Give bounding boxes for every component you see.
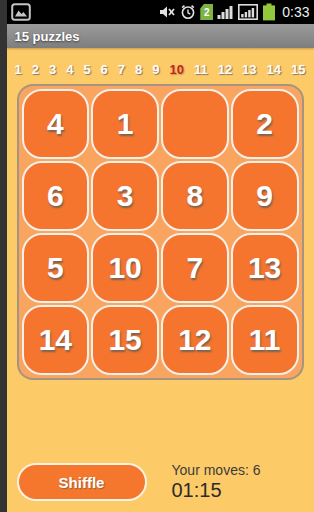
target-number-11: 11	[194, 62, 208, 77]
tile-8[interactable]: 8	[161, 161, 229, 231]
target-number-10: 10	[169, 62, 183, 77]
tile-15[interactable]: 15	[91, 305, 159, 375]
screenshot-icon	[11, 3, 31, 21]
tile-6[interactable]: 6	[22, 161, 90, 231]
tile-9[interactable]: 9	[231, 161, 299, 231]
title-bar: 15 puzzles	[7, 24, 314, 48]
target-number-6: 6	[101, 62, 108, 77]
target-number-13: 13	[242, 62, 256, 77]
phone-screen: 2 0:33 15 puzzles 123456789101112131415 …	[7, 0, 314, 512]
signal-sim2-icon	[238, 4, 258, 20]
tile-11[interactable]: 11	[231, 305, 299, 375]
target-number-7: 7	[118, 62, 125, 77]
tile-7[interactable]: 7	[161, 233, 229, 303]
shuffle-button[interactable]: Shiffle	[17, 463, 147, 501]
moves-counter: Your moves: 6	[172, 462, 261, 478]
target-number-2: 2	[32, 62, 39, 77]
target-number-9: 9	[152, 62, 159, 77]
status-bar: 2 0:33	[7, 0, 314, 24]
target-number-1: 1	[15, 62, 22, 77]
tile-5[interactable]: 5	[22, 233, 90, 303]
target-number-14: 14	[267, 62, 281, 77]
tile-2[interactable]: 2	[231, 89, 299, 159]
footer: Shiffle Your moves: 6 01:15	[17, 462, 304, 502]
game-timer: 01:15	[172, 479, 261, 502]
target-number-15: 15	[291, 62, 305, 77]
target-number-12: 12	[218, 62, 232, 77]
target-number-row: 123456789101112131415	[15, 60, 306, 78]
target-number-5: 5	[83, 62, 90, 77]
battery-icon	[262, 3, 276, 21]
empty-cell	[161, 89, 229, 159]
tile-1[interactable]: 1	[91, 89, 159, 159]
status-time: 0:33	[282, 4, 309, 20]
tile-10[interactable]: 10	[91, 233, 159, 303]
tile-4[interactable]: 4	[22, 89, 90, 159]
signal-sim1-icon	[217, 4, 234, 20]
app-title: 15 puzzles	[15, 29, 80, 44]
target-number-8: 8	[135, 62, 142, 77]
tile-12[interactable]: 12	[161, 305, 229, 375]
target-number-4: 4	[66, 62, 73, 77]
tile-3[interactable]: 3	[91, 161, 159, 231]
tile-13[interactable]: 13	[231, 233, 299, 303]
tile-14[interactable]: 14	[22, 305, 90, 375]
sim2-badge-number: 2	[204, 7, 210, 18]
puzzle-board: 412638951071314151211	[17, 84, 304, 380]
stats: Your moves: 6 01:15	[172, 462, 261, 502]
volume-muted-icon	[158, 4, 176, 20]
target-number-3: 3	[49, 62, 56, 77]
alarm-icon	[180, 4, 196, 20]
sim2-badge: 2	[200, 4, 213, 20]
